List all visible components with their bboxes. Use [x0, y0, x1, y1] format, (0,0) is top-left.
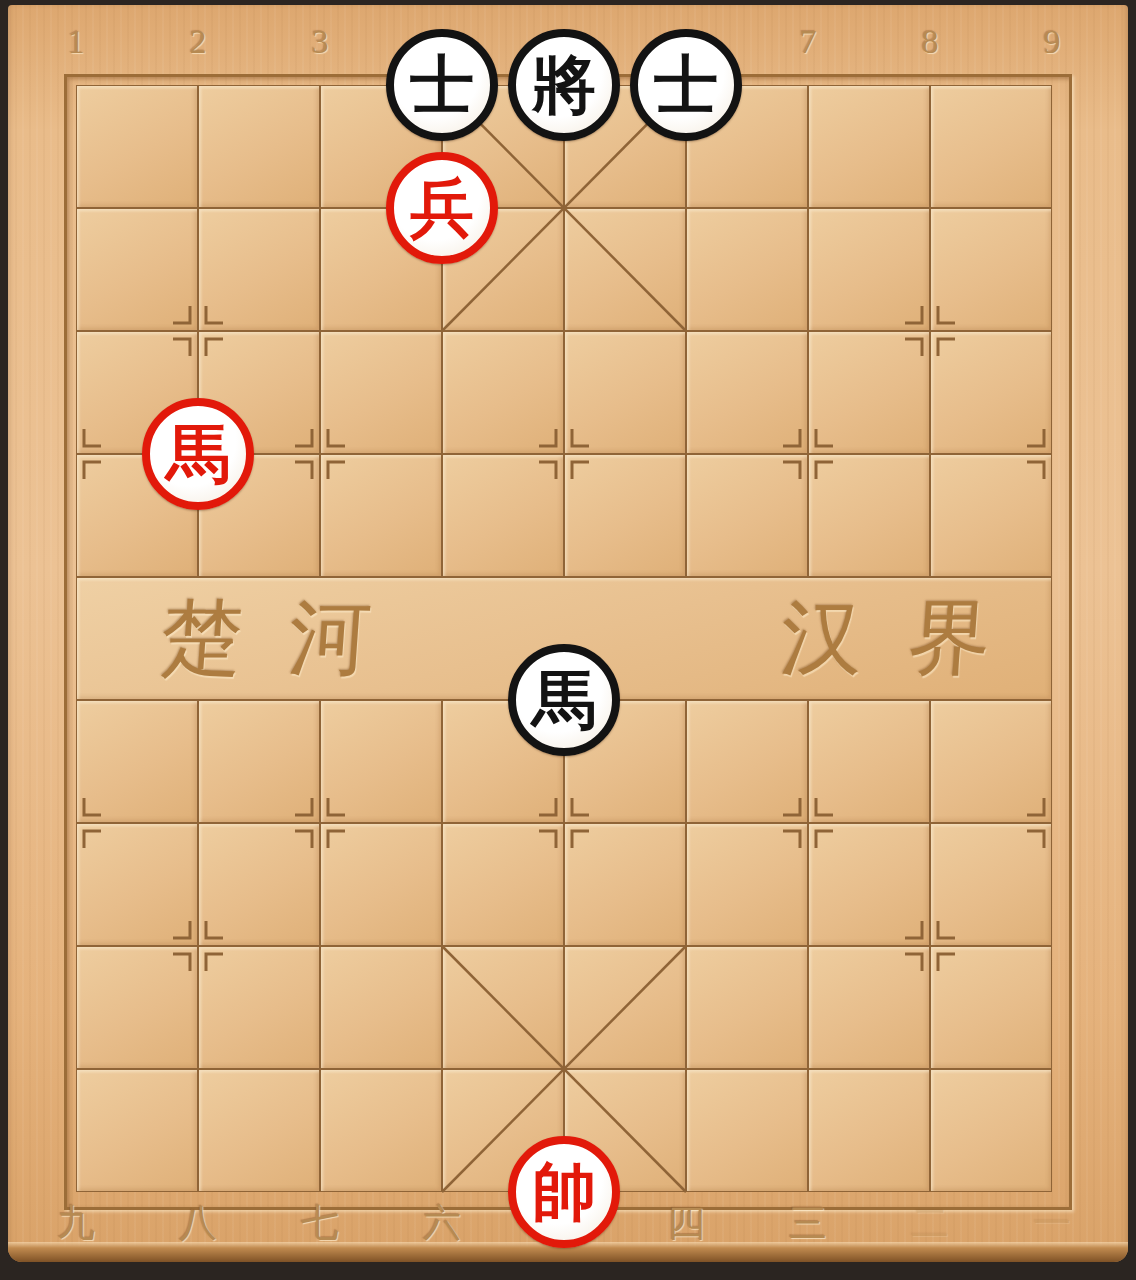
red-general-piece[interactable]: 帥: [508, 1136, 620, 1248]
black-general-piece[interactable]: 將: [508, 29, 620, 141]
board-cell: [76, 946, 198, 1069]
file-label-top: 3: [290, 21, 350, 63]
board-cell: [442, 331, 564, 454]
board-cell: [442, 823, 564, 946]
board-cell: [808, 208, 930, 331]
board-cell: [808, 1069, 930, 1192]
board-cell: [686, 823, 808, 946]
black-advisor-left-piece[interactable]: 士: [386, 29, 498, 141]
board-cell: [76, 85, 198, 208]
board-cell: [564, 454, 686, 577]
board-cell: [442, 946, 564, 1069]
piece-glyph: 將: [532, 53, 596, 117]
board-cell: [930, 823, 1052, 946]
board-cell: [686, 331, 808, 454]
board-cell: [808, 823, 930, 946]
piece-glyph: 帥: [532, 1160, 596, 1224]
board-cell: [930, 1069, 1052, 1192]
board-cell: [198, 946, 320, 1069]
board-cell: [320, 331, 442, 454]
board-cell: [808, 700, 930, 823]
board-cell: [76, 208, 198, 331]
piece-glyph: 兵: [410, 176, 474, 240]
piece-glyph: 馬: [166, 422, 230, 486]
board-cell: [808, 454, 930, 577]
file-label-bottom: 四: [656, 1200, 716, 1246]
board-cell: [198, 823, 320, 946]
file-label-bottom: 八: [168, 1200, 228, 1246]
file-label-top: 1: [46, 21, 106, 63]
file-label-top: 2: [168, 21, 228, 63]
board-cell: [564, 823, 686, 946]
board-cell: [686, 454, 808, 577]
board-cell: [198, 85, 320, 208]
board-cell: [930, 700, 1052, 823]
file-label-bottom: 一: [1022, 1200, 1082, 1246]
black-advisor-right-piece[interactable]: 士: [630, 29, 742, 141]
board-cell: [930, 946, 1052, 1069]
board-cell: [930, 208, 1052, 331]
board-cell: [686, 946, 808, 1069]
file-label-top: 7: [778, 21, 838, 63]
black-horse-piece[interactable]: 馬: [508, 644, 620, 756]
file-label-bottom: 七: [290, 1200, 350, 1246]
board-cell: [930, 331, 1052, 454]
board-cell: [320, 1069, 442, 1192]
board-cell: [198, 1069, 320, 1192]
board-cell: [686, 700, 808, 823]
board-cell: [320, 946, 442, 1069]
board-cell: [686, 208, 808, 331]
file-label-top: 9: [1022, 21, 1082, 63]
red-soldier-piece[interactable]: 兵: [386, 152, 498, 264]
board-cell: [76, 1069, 198, 1192]
board-cell: [930, 454, 1052, 577]
red-horse-piece[interactable]: 馬: [142, 398, 254, 510]
river-text-left: 楚河: [157, 584, 421, 694]
board-cell: [564, 331, 686, 454]
board-cell: [320, 700, 442, 823]
board-cell: [808, 331, 930, 454]
board-cell: [320, 823, 442, 946]
board-cell: [808, 946, 930, 1069]
file-label-top: 8: [900, 21, 960, 63]
board-cell: [686, 1069, 808, 1192]
file-label-bottom: 九: [46, 1200, 106, 1246]
piece-glyph: 馬: [532, 668, 596, 732]
board-cell: [198, 700, 320, 823]
board-cell: [320, 454, 442, 577]
piece-glyph: 士: [654, 53, 718, 117]
board-grid: 楚河汉界: [76, 85, 1052, 1192]
board-cell: [808, 85, 930, 208]
screenshot-root: { "game": "xiangqi", "position": { "fen"…: [0, 0, 1136, 1280]
board-cell: [564, 208, 686, 331]
board-cell: [442, 454, 564, 577]
board-cell: [76, 823, 198, 946]
xiangqi-board: 楚河汉界 123456789 九八七六五四三二一 士將士兵馬馬帥: [8, 5, 1128, 1262]
board-cell: [76, 700, 198, 823]
file-label-bottom: 二: [900, 1200, 960, 1246]
board-cell: [564, 946, 686, 1069]
piece-glyph: 士: [410, 53, 474, 117]
river-text-right: 汉界: [777, 584, 1041, 694]
file-label-bottom: 三: [778, 1200, 838, 1246]
board-cell: [198, 208, 320, 331]
board-cell: [930, 85, 1052, 208]
file-label-bottom: 六: [412, 1200, 472, 1246]
